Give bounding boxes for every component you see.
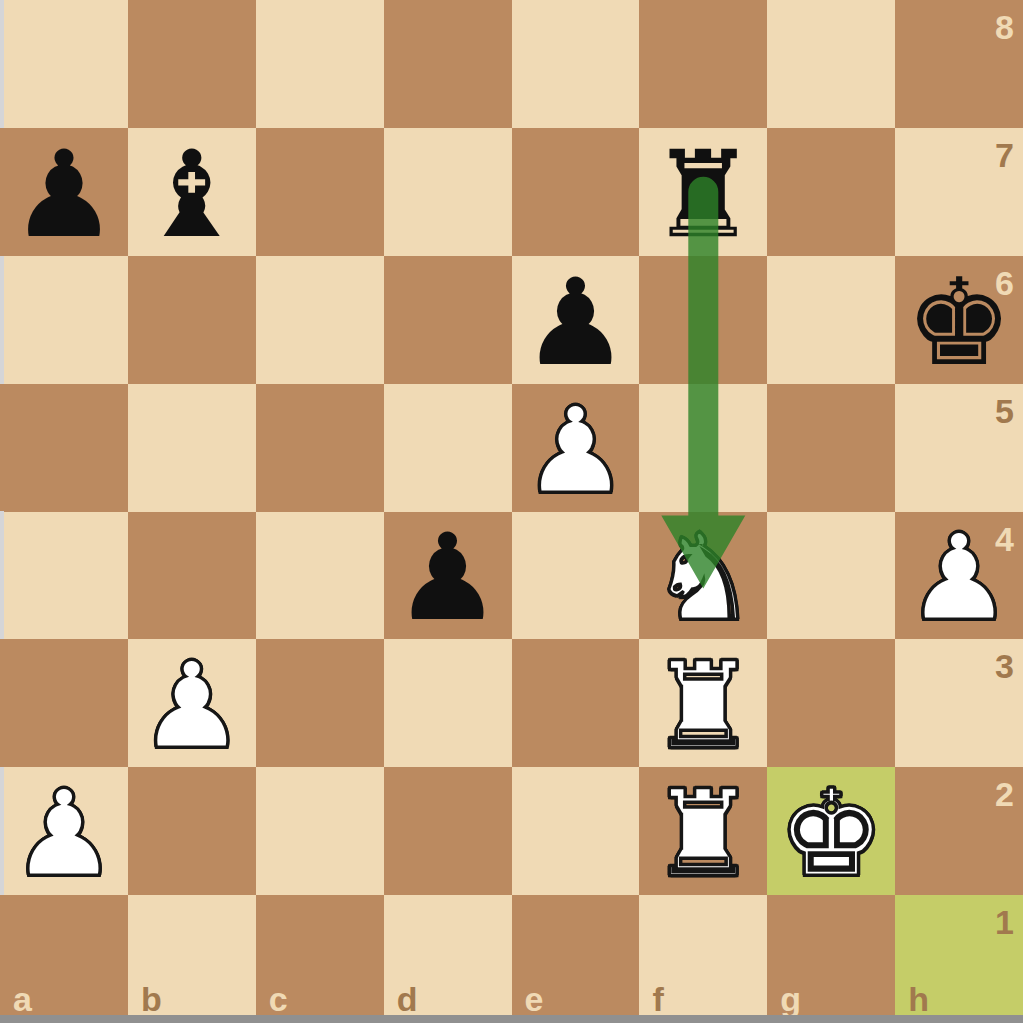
coord-file-a: a (13, 982, 32, 1016)
square-a2[interactable]: ♟ (0, 767, 128, 895)
square-f7[interactable]: ♜ (639, 128, 767, 256)
square-e2[interactable] (512, 767, 640, 895)
square-d2[interactable] (384, 767, 512, 895)
square-e7[interactable] (512, 128, 640, 256)
square-a7[interactable]: ♟ (0, 128, 128, 256)
white-pawn[interactable]: ♟ (138, 646, 246, 766)
coord-file-e: e (525, 982, 544, 1016)
square-e5[interactable]: ♟ (512, 384, 640, 512)
square-g7[interactable] (767, 128, 895, 256)
coord-rank-4: 4 (995, 522, 1014, 556)
coord-file-c: c (269, 982, 288, 1016)
square-g3[interactable] (767, 639, 895, 767)
square-c5[interactable] (256, 384, 384, 512)
coord-file-g: g (780, 982, 801, 1016)
chess-board: 8♟♝♜7♟♚6♟5♟♞♟4♟♜3♟♜♚2abcdefgh1 (0, 0, 1023, 1023)
square-a5[interactable] (0, 384, 128, 512)
square-d7[interactable] (384, 128, 512, 256)
square-f8[interactable] (639, 0, 767, 128)
coord-rank-8: 8 (995, 10, 1014, 44)
square-c3[interactable] (256, 639, 384, 767)
square-a8[interactable] (0, 0, 128, 128)
coord-file-b: b (141, 982, 162, 1016)
coord-rank-7: 7 (995, 138, 1014, 172)
square-c1[interactable]: c (256, 895, 384, 1023)
square-g8[interactable] (767, 0, 895, 128)
coord-rank-5: 5 (995, 394, 1014, 428)
square-f5[interactable] (639, 384, 767, 512)
square-g5[interactable] (767, 384, 895, 512)
black-pawn[interactable]: ♟ (394, 518, 502, 638)
square-f6[interactable] (639, 256, 767, 384)
coord-rank-2: 2 (995, 777, 1014, 811)
square-c7[interactable] (256, 128, 384, 256)
black-pawn[interactable]: ♟ (522, 263, 630, 383)
square-d3[interactable] (384, 639, 512, 767)
square-c8[interactable] (256, 0, 384, 128)
square-d5[interactable] (384, 384, 512, 512)
square-b5[interactable] (128, 384, 256, 512)
left-edge-strip (0, 0, 4, 1023)
white-king[interactable]: ♚ (777, 774, 885, 894)
square-f1[interactable]: f (639, 895, 767, 1023)
square-b1[interactable]: b (128, 895, 256, 1023)
square-a1[interactable]: a (0, 895, 128, 1023)
square-h7[interactable]: 7 (895, 128, 1023, 256)
square-c4[interactable] (256, 512, 384, 640)
square-e1[interactable]: e (512, 895, 640, 1023)
white-knight[interactable]: ♞ (650, 518, 758, 638)
square-a3[interactable] (0, 639, 128, 767)
square-h6[interactable]: ♚6 (895, 256, 1023, 384)
white-rook[interactable]: ♜ (650, 646, 758, 766)
square-h8[interactable]: 8 (895, 0, 1023, 128)
black-bishop[interactable]: ♝ (138, 135, 246, 255)
square-f3[interactable]: ♜ (639, 639, 767, 767)
white-rook[interactable]: ♜ (650, 774, 758, 894)
square-g6[interactable] (767, 256, 895, 384)
square-d4[interactable]: ♟ (384, 512, 512, 640)
white-pawn[interactable]: ♟ (522, 391, 630, 511)
square-e3[interactable] (512, 639, 640, 767)
chess-board-wrap: 8♟♝♜7♟♚6♟5♟♞♟4♟♜3♟♜♚2abcdefgh1 (0, 0, 1023, 1023)
square-c2[interactable] (256, 767, 384, 895)
square-b8[interactable] (128, 0, 256, 128)
black-rook[interactable]: ♜ (650, 135, 758, 255)
square-a6[interactable] (0, 256, 128, 384)
coord-rank-3: 3 (995, 649, 1014, 683)
coord-file-f: f (652, 982, 663, 1016)
square-b7[interactable]: ♝ (128, 128, 256, 256)
coord-file-d: d (397, 982, 418, 1016)
square-b4[interactable] (128, 512, 256, 640)
square-e8[interactable] (512, 0, 640, 128)
square-h3[interactable]: 3 (895, 639, 1023, 767)
white-pawn[interactable]: ♟ (10, 774, 118, 894)
bottom-window-bar (0, 1015, 1023, 1023)
square-g1[interactable]: g (767, 895, 895, 1023)
square-a4[interactable] (0, 512, 128, 640)
square-g2[interactable]: ♚ (767, 767, 895, 895)
square-b3[interactable]: ♟ (128, 639, 256, 767)
square-d8[interactable] (384, 0, 512, 128)
coord-rank-6: 6 (995, 266, 1014, 300)
black-pawn[interactable]: ♟ (10, 135, 118, 255)
square-c6[interactable] (256, 256, 384, 384)
square-h2[interactable]: 2 (895, 767, 1023, 895)
square-f4[interactable]: ♞ (639, 512, 767, 640)
coord-file-h: h (908, 982, 929, 1016)
square-f2[interactable]: ♜ (639, 767, 767, 895)
square-h1[interactable]: h1 (895, 895, 1023, 1023)
square-b2[interactable] (128, 767, 256, 895)
square-b6[interactable] (128, 256, 256, 384)
square-e4[interactable] (512, 512, 640, 640)
square-g4[interactable] (767, 512, 895, 640)
square-h4[interactable]: ♟4 (895, 512, 1023, 640)
square-h5[interactable]: 5 (895, 384, 1023, 512)
square-d6[interactable] (384, 256, 512, 384)
square-d1[interactable]: d (384, 895, 512, 1023)
square-e6[interactable]: ♟ (512, 256, 640, 384)
coord-rank-1: 1 (995, 905, 1014, 939)
